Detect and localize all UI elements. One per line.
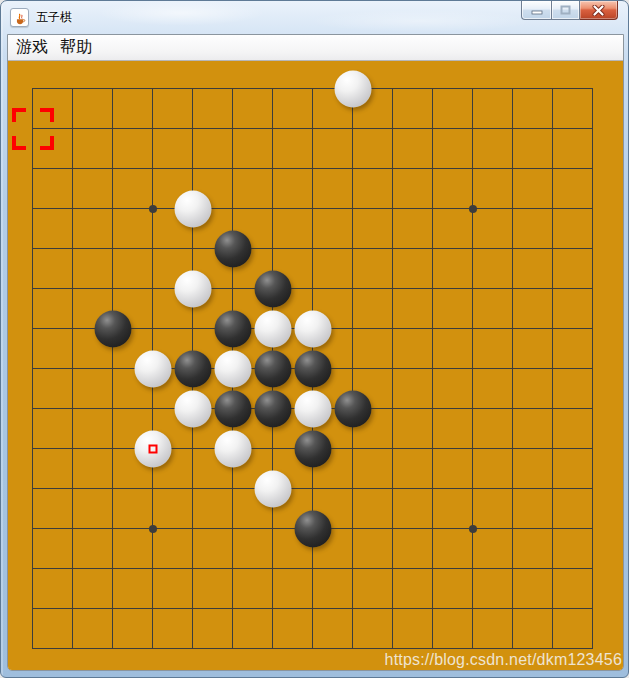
stone-white <box>214 430 251 467</box>
close-button[interactable] <box>580 1 618 20</box>
stone-white <box>174 270 211 307</box>
stone-black <box>254 390 291 427</box>
stone-black <box>334 390 371 427</box>
maximize-button[interactable] <box>551 1 580 20</box>
window-controls <box>521 1 618 20</box>
window: 五子棋 游戏 帮助 <box>0 0 629 678</box>
java-icon <box>10 8 29 27</box>
board-panel: https://blog.csdn.net/dkm123456 <box>8 61 623 671</box>
stone-black <box>254 350 291 387</box>
stone-white <box>254 310 291 347</box>
stone-white <box>294 310 331 347</box>
stone-white <box>254 470 291 507</box>
menu-bar: 游戏 帮助 <box>8 35 623 61</box>
star-point <box>469 525 477 533</box>
maximize-icon <box>560 5 571 15</box>
cursor-corner <box>40 108 54 122</box>
stone-black <box>214 310 251 347</box>
stone-black <box>174 350 211 387</box>
stone-white <box>174 390 211 427</box>
cursor-corner <box>12 108 26 122</box>
last-move-marker <box>148 444 157 453</box>
star-point <box>149 205 157 213</box>
stone-black <box>294 510 331 547</box>
cursor-marker <box>12 108 54 150</box>
stone-black <box>214 390 251 427</box>
stone-black <box>294 430 331 467</box>
stone-black <box>294 350 331 387</box>
watermark: https://blog.csdn.net/dkm123456 <box>385 651 622 669</box>
stone-white <box>294 390 331 427</box>
minimize-button[interactable] <box>521 1 551 20</box>
menu-item-game[interactable]: 游戏 <box>10 36 54 59</box>
client-area: 游戏 帮助 https://blog.csdn.net/dkm123456 <box>7 34 624 671</box>
stone-white <box>134 350 171 387</box>
stone-white <box>174 190 211 227</box>
stone-white <box>334 70 371 107</box>
stone-black <box>214 230 251 267</box>
title-bar: 五子棋 <box>1 1 628 34</box>
java-coffee-cup-glyph <box>13 11 27 25</box>
star-point <box>149 525 157 533</box>
menu-item-help[interactable]: 帮助 <box>54 36 98 59</box>
cursor-corner <box>12 136 26 150</box>
window-title: 五子棋 <box>36 9 72 26</box>
cursor-corner <box>40 136 54 150</box>
stone-black <box>94 310 131 347</box>
stone-black <box>254 270 291 307</box>
board-grid[interactable] <box>32 88 593 649</box>
star-point <box>469 205 477 213</box>
minimize-icon <box>531 5 543 15</box>
close-icon <box>592 5 605 16</box>
stone-white <box>214 350 251 387</box>
